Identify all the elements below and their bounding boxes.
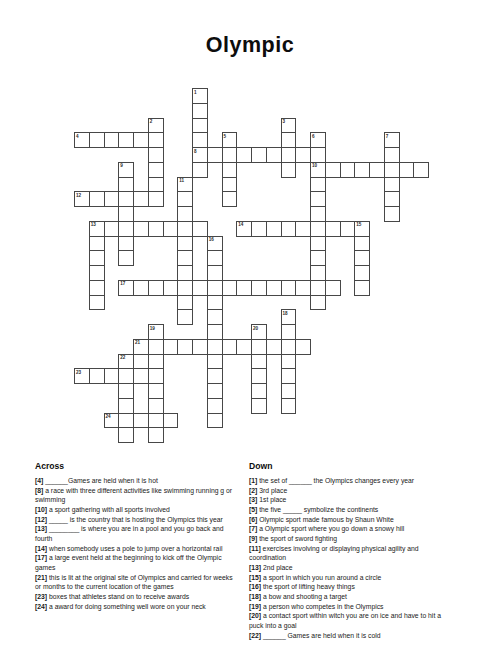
across-clue-4: [4] ______Games are held when it is hot [35,476,249,486]
grid-cell-r17c7[interactable] [177,339,193,355]
grid-cell-r13c13[interactable] [266,280,282,296]
grid-cell-r10c19[interactable] [354,236,370,252]
across-clues-section: Across [4] ______Games are held when it … [35,461,249,611]
grid-cell-r13c15[interactable] [295,280,311,296]
down-clue-15: [15] a sport in which you run around a c… [249,573,489,583]
grid-cell-r16c9[interactable] [207,324,223,340]
grid-cell-r8c16[interactable] [310,206,326,222]
across-clue-21: [21] this is lit at the original site of… [35,573,249,592]
grid-cell-r9c14[interactable] [281,221,297,237]
grid-cell-r18c3[interactable]: 22 [118,354,134,370]
grid-cell-r7c4[interactable] [133,191,149,207]
grid-cell-r9c11[interactable]: 14 [236,221,252,237]
across-clue-8: [8] a race with three different activiti… [35,486,249,505]
grid-cell-r19c4[interactable] [133,368,149,384]
cell-number-13: 13 [91,222,96,227]
across-clue-number-24: [24] [35,603,47,610]
across-clue-number-4: [4] [35,477,43,484]
grid-cell-r3c21[interactable]: 7 [384,132,400,148]
down-clue-16: [16] the sport of lifting heavy things [249,582,489,592]
down-header: Down [249,461,489,471]
grid-cell-r8c21[interactable] [384,206,400,222]
grid-cell-r3c10[interactable]: 5 [222,132,238,148]
grid-cell-r13c10[interactable] [222,280,238,296]
down-clue-20: [20] a contact sport within witch you ar… [249,611,489,630]
grid-cell-r3c1[interactable] [89,132,105,148]
grid-cell-r9c17[interactable] [325,221,341,237]
grid-cell-r7c21[interactable] [384,191,400,207]
grid-cell-r9c6[interactable] [163,221,179,237]
grid-cell-r7c5[interactable] [148,191,164,207]
cell-number-20: 20 [253,326,258,331]
grid-cell-r6c16[interactable] [310,177,326,193]
grid-cell-r13c12[interactable] [251,280,267,296]
grid-cell-r19c12[interactable] [251,368,267,384]
grid-cell-r19c14[interactable] [281,368,297,384]
cell-number-6: 6 [312,134,315,139]
down-clue-number-1: [1] [249,477,257,484]
grid-cell-r6c21[interactable] [384,177,400,193]
cell-number-2: 2 [150,119,153,124]
down-clue-18: [18] a bow and shooting a target [249,592,489,602]
grid-cell-r15c14[interactable]: 18 [281,309,297,325]
across-clue-number-14: [14] [35,545,47,552]
down-clue-number-5: [5] [249,506,257,513]
grid-cell-r5c5[interactable] [148,162,164,178]
grid-cell-r5c23[interactable] [413,162,429,178]
grid-cell-r20c5[interactable] [148,383,164,399]
grid-cell-r14c1[interactable] [89,295,105,311]
down-clue-number-13: [13] [249,564,261,571]
grid-cell-r19c0[interactable]: 23 [74,368,90,384]
across-clue-14: [14] when somebody uses a pole to jump o… [35,544,249,554]
down-clue-3: [3] 1st place [249,495,489,505]
grid-cell-r4c13[interactable] [266,147,282,163]
grid-cell-r14c16[interactable] [310,295,326,311]
grid-cell-r7c10[interactable] [222,191,238,207]
grid-cell-r20c3[interactable] [118,383,134,399]
grid-cell-r22c5[interactable] [148,413,164,429]
grid-cell-r16c5[interactable]: 19 [148,324,164,340]
grid-cell-r4c10[interactable] [222,147,238,163]
grid-cell-r19c9[interactable] [207,368,223,384]
cell-number-5: 5 [224,134,227,139]
grid-cell-r3c16[interactable]: 6 [310,132,326,148]
down-clue-number-22: [22] [249,632,261,639]
grid-cell-r7c1[interactable] [89,191,105,207]
cell-number-16: 16 [209,237,214,242]
cell-number-23: 23 [76,370,81,375]
across-clue-number-13: [13] [35,525,47,532]
down-clue-7: [7] a Olympic sport where you go down a … [249,524,489,534]
grid-cell-r3c8[interactable] [192,132,208,148]
grid-cell-r22c6[interactable] [163,413,179,429]
grid-cell-r23c5[interactable] [148,427,164,443]
grid-cell-r19c3[interactable] [118,368,134,384]
grid-cell-r0c8[interactable]: 1 [192,88,208,104]
grid-cell-r19c1[interactable] [89,368,105,384]
grid-cell-r20c14[interactable] [281,383,297,399]
cell-number-10: 10 [312,163,317,168]
cell-number-4: 4 [76,134,79,139]
grid-cell-r7c7[interactable] [177,191,193,207]
down-clue-number-16: [16] [249,583,261,590]
grid-cell-r14c7[interactable] [177,295,193,311]
grid-cell-r10c7[interactable] [177,236,193,252]
grid-cell-r5c20[interactable] [369,162,385,178]
grid-cell-r4c11[interactable] [236,147,252,163]
grid-cell-r4c16[interactable] [310,147,326,163]
down-clue-number-20: [20] [249,612,261,619]
grid-cell-r5c14[interactable] [281,162,297,178]
grid-cell-r11c3[interactable] [118,250,134,266]
grid-cell-r19c5[interactable] [148,368,164,384]
grid-cell-r9c5[interactable] [148,221,164,237]
grid-cell-r2c8[interactable] [192,118,208,134]
down-clue-5: [5] the five _____ symbolize the contine… [249,505,489,515]
cell-number-11: 11 [179,178,184,183]
grid-cell-r10c9[interactable]: 16 [207,236,223,252]
cell-number-7: 7 [386,134,389,139]
across-clue-number-23: [23] [35,593,47,600]
cell-number-9: 9 [120,163,123,168]
grid-cell-r13c14[interactable] [281,280,297,296]
grid-cell-r17c9[interactable] [207,339,223,355]
grid-cell-r9c16[interactable] [310,221,326,237]
grid-cell-r20c9[interactable] [207,383,223,399]
cell-number-17: 17 [120,281,125,286]
down-clue-2: [2] 3rd place [249,486,489,496]
grid-cell-r5c18[interactable] [340,162,356,178]
grid-cell-r4c5[interactable] [148,147,164,163]
grid-cell-r4c9[interactable] [207,147,223,163]
grid-cell-r2c14[interactable]: 3 [281,118,297,134]
grid-cell-r11c19[interactable] [354,250,370,266]
grid-cell-r17c5[interactable] [148,339,164,355]
across-clue-17: [17] a large event held at the beginning… [35,553,249,572]
grid-cell-r7c2[interactable] [104,191,120,207]
grid-cell-r5c19[interactable] [354,162,370,178]
across-clue-12: [12] _____ is the country that is hostin… [35,515,249,525]
grid-cell-r3c2[interactable] [104,132,120,148]
grid-cell-r9c3[interactable] [118,221,134,237]
grid-cell-r13c4[interactable] [133,280,149,296]
grid-cell-r13c11[interactable] [236,280,252,296]
grid-cell-r12c16[interactable] [310,265,326,281]
grid-cell-r11c9[interactable] [207,250,223,266]
across-header: Across [35,461,249,471]
down-clue-number-15: [15] [249,574,261,581]
grid-cell-r13c19[interactable] [354,280,370,296]
down-clue-number-19: [19] [249,603,261,610]
grid-cell-r9c4[interactable] [133,221,149,237]
down-clues-list: [1] the set of ______ the Olympics chang… [249,476,489,640]
grid-cell-r17c13[interactable] [266,339,282,355]
grid-cell-r16c14[interactable] [281,324,297,340]
down-clue-number-3: [3] [249,496,257,503]
down-clue-11: [11] exercises involving or displaying p… [249,544,489,563]
grid-cell-r17c6[interactable] [163,339,179,355]
grid-cell-r15c7[interactable] [177,309,193,325]
grid-cell-r21c3[interactable] [118,398,134,414]
cell-number-22: 22 [120,355,125,360]
grid-cell-r4c8[interactable]: 8 [192,147,208,163]
down-clue-1: [1] the set of ______ the Olympics chang… [249,476,489,486]
grid-cell-r12c1[interactable] [89,265,105,281]
across-clue-number-21: [21] [35,574,47,581]
grid-cell-r3c0[interactable]: 4 [74,132,90,148]
grid-cell-r9c18[interactable] [340,221,356,237]
grid-cell-r11c7[interactable] [177,250,193,266]
grid-cell-r8c3[interactable] [118,206,134,222]
grid-cell-r3c3[interactable] [118,132,134,148]
across-clue-13: [13] ________ is where you are in a pool… [35,524,249,543]
grid-cell-r13c3[interactable]: 17 [118,280,134,296]
grid-cell-r9c15[interactable] [295,221,311,237]
grid-cell-r21c14[interactable] [281,398,297,414]
grid-cell-r13c5[interactable] [148,280,164,296]
grid-cell-r17c15[interactable] [295,339,311,355]
down-clue-13: [13] 2nd place [249,563,489,573]
grid-cell-r5c21[interactable] [384,162,400,178]
grid-cell-r8c7[interactable] [177,206,193,222]
grid-cell-r4c15[interactable] [295,147,311,163]
down-clue-number-2: [2] [249,487,257,494]
cell-number-19: 19 [150,326,155,331]
grid-cell-r18c14[interactable] [281,354,297,370]
grid-cell-r10c3[interactable] [118,236,134,252]
grid-cell-r7c3[interactable] [118,191,134,207]
grid-cell-r9c1[interactable]: 13 [89,221,105,237]
grid-cell-r3c5[interactable] [148,132,164,148]
down-clue-number-7: [7] [249,525,257,532]
grid-cell-r18c9[interactable] [207,354,223,370]
grid-cell-r4c14[interactable] [281,147,297,163]
grid-cell-r21c9[interactable] [207,398,223,414]
grid-cell-r13c6[interactable] [163,280,179,296]
down-clue-number-6: [6] [249,516,257,523]
grid-cell-r22c9[interactable] [207,413,223,429]
grid-cell-r6c5[interactable] [148,177,164,193]
grid-cell-r13c16[interactable] [310,280,326,296]
cell-number-1: 1 [194,90,197,95]
grid-cell-r17c12[interactable] [251,339,267,355]
grid-cell-r5c8[interactable] [192,162,208,178]
grid-cell-r17c10[interactable] [222,339,238,355]
down-clue-6: [6] Olympic sport made famous by Shaun W… [249,515,489,525]
grid-cell-r9c8[interactable] [192,221,208,237]
grid-cell-r9c2[interactable] [104,221,120,237]
grid-cell-r5c3[interactable]: 9 [118,162,134,178]
grid-cell-r7c0[interactable]: 12 [74,191,90,207]
grid-cell-r23c3[interactable] [118,427,134,443]
grid-cell-r4c12[interactable] [251,147,267,163]
grid-cell-r9c7[interactable] [177,221,193,237]
cell-number-24: 24 [106,414,111,419]
down-clue-9: [9] the sport of sword fighting [249,534,489,544]
grid-cell-r22c3[interactable] [118,413,134,429]
grid-cell-r5c17[interactable] [325,162,341,178]
grid-cell-r17c8[interactable] [192,339,208,355]
grid-cell-r18c12[interactable] [251,354,267,370]
grid-cell-r11c1[interactable] [89,250,105,266]
across-clue-number-10: [10] [35,506,47,513]
cell-number-21: 21 [135,340,140,345]
grid-cell-r18c5[interactable] [148,354,164,370]
cell-number-8: 8 [194,149,197,154]
down-clue-number-11: [11] [249,545,261,552]
grid-cell-r9c13[interactable] [266,221,282,237]
grid-cell-r10c1[interactable] [89,236,105,252]
grid-cell-r19c2[interactable] [104,368,120,384]
across-clues-list: [4] ______Games are held when it is hot[… [35,476,249,611]
grid-cell-r9c19[interactable]: 15 [354,221,370,237]
across-clue-number-8: [8] [35,487,43,494]
cell-number-18: 18 [283,311,288,316]
across-clue-number-12: [12] [35,516,47,523]
down-clue-number-18: [18] [249,593,261,600]
crossword-grid: 123456789101112131415161718192021222324 [74,88,430,444]
grid-cell-r15c9[interactable] [207,309,223,325]
grid-cell-r13c7[interactable] [177,280,193,296]
cell-number-14: 14 [238,222,243,227]
down-clue-number-9: [9] [249,535,257,542]
grid-cell-r13c8[interactable] [192,280,208,296]
grid-cell-r21c5[interactable] [148,398,164,414]
grid-cell-r22c4[interactable] [133,413,149,429]
across-clue-23: [23] boxes that athletes stand on to rec… [35,592,249,602]
grid-cell-r16c12[interactable]: 20 [251,324,267,340]
page-title: Olympic [0,33,500,58]
grid-cell-r5c22[interactable] [399,162,415,178]
grid-cell-r22c2[interactable]: 24 [104,413,120,429]
grid-cell-r5c16[interactable]: 10 [310,162,326,178]
down-clue-19: [19] a person who competes in the Olympi… [249,602,489,612]
across-clue-24: [24] a award for doing something well wo… [35,602,249,612]
grid-cell-r13c17[interactable] [325,280,341,296]
grid-cell-r13c9[interactable] [207,280,223,296]
grid-cell-r12c7[interactable] [177,265,193,281]
grid-cell-r3c14[interactable] [281,132,297,148]
grid-cell-r11c16[interactable] [310,250,326,266]
grid-cell-r17c11[interactable] [236,339,252,355]
grid-cell-r7c16[interactable] [310,191,326,207]
grid-cell-r6c7[interactable]: 11 [177,177,193,193]
grid-cell-r17c4[interactable]: 21 [133,339,149,355]
grid-cell-r17c14[interactable] [281,339,297,355]
cell-number-3: 3 [283,119,286,124]
grid-cell-r2c5[interactable]: 2 [148,118,164,134]
grid-cell-r21c12[interactable] [251,398,267,414]
grid-cell-r12c19[interactable] [354,265,370,281]
grid-cell-r6c3[interactable] [118,177,134,193]
down-clue-22: [22] ______ Games are held when it is co… [249,631,489,641]
grid-cell-r9c12[interactable] [251,221,267,237]
across-clue-10: [10] a sport gathering with all sports i… [35,505,249,515]
cell-number-15: 15 [356,222,361,227]
across-clue-number-17: [17] [35,554,47,561]
down-clues-section: Down [1] the set of ______ the Olympics … [249,461,489,640]
grid-cell-r1c8[interactable] [192,103,208,119]
grid-cell-r13c1[interactable] [89,280,105,296]
crossword-page: Olympic 12345678910111213141516171819202… [0,0,500,647]
grid-cell-r6c10[interactable] [222,177,238,193]
cell-number-12: 12 [76,193,81,198]
grid-cell-r14c9[interactable] [207,295,223,311]
grid-cell-r12c9[interactable] [207,265,223,281]
grid-cell-r5c10[interactable] [222,162,238,178]
grid-cell-r20c12[interactable] [251,383,267,399]
grid-cell-r4c21[interactable] [384,147,400,163]
grid-cell-r10c16[interactable] [310,236,326,252]
grid-cell-r3c4[interactable] [133,132,149,148]
